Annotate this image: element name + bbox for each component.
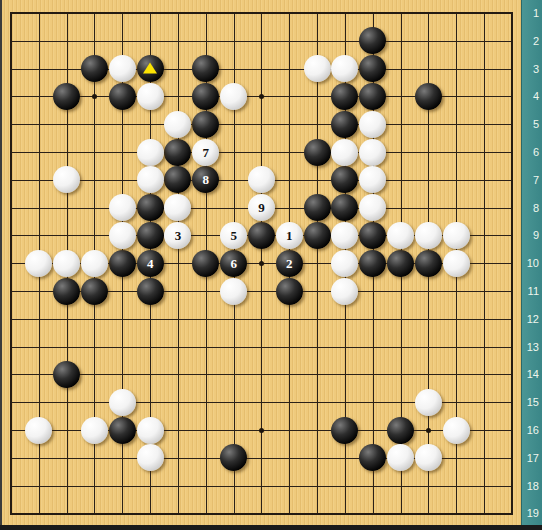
row-coordinate-label: 18 [523,479,539,493]
black-stone [192,83,219,110]
white-stone [81,250,108,277]
move-number-label: 2 [276,250,303,277]
black-stone [53,83,80,110]
black-stone [304,139,331,166]
black-stone [53,361,80,388]
white-stone [304,55,331,82]
black-stone [359,250,386,277]
move-number-label: 8 [192,166,219,193]
window-left-edge [0,0,2,530]
row-coordinate-label: 10 [523,256,539,270]
black-stone [192,250,219,277]
black-stone [192,111,219,138]
go-board[interactable]: 846279351 [0,0,522,530]
row-coordinate-label: 12 [523,312,539,326]
row-coordinate-label: 15 [523,395,539,409]
black-stone [137,222,164,249]
black-stone [359,222,386,249]
white-stone [443,250,470,277]
star-point [92,94,97,99]
row-coordinate-label: 19 [523,506,539,520]
white-stone [164,111,191,138]
black-stone [415,250,442,277]
black-stone [387,250,414,277]
white-stone [443,417,470,444]
white-stone [443,222,470,249]
move-number-label: 7 [192,139,219,166]
white-stone: 1 [276,222,303,249]
white-stone [331,278,358,305]
row-coordinate-label: 13 [523,340,539,354]
black-stone [137,194,164,221]
black-stone [387,417,414,444]
triangle-marker [143,62,157,73]
white-stone [109,55,136,82]
move-number-label: 6 [220,250,247,277]
white-stone [415,389,442,416]
black-stone [331,111,358,138]
row-coordinate-label: 3 [523,62,539,76]
black-stone [331,417,358,444]
row-coordinate-strip: 12345678910111213141516171819 [521,0,542,530]
row-coordinate-label: 4 [523,89,539,103]
black-stone [304,194,331,221]
white-stone: 3 [164,222,191,249]
white-stone: 9 [248,194,275,221]
white-stone [137,417,164,444]
black-stone [359,83,386,110]
white-stone [109,194,136,221]
black-stone [109,250,136,277]
white-stone [25,417,52,444]
move-number-label: 5 [220,222,247,249]
move-number-label: 3 [164,222,191,249]
white-stone: 7 [192,139,219,166]
white-stone [331,250,358,277]
black-stone [109,417,136,444]
move-number-label: 1 [276,222,303,249]
row-coordinate-label: 14 [523,367,539,381]
move-number-label: 4 [137,250,164,277]
white-stone [137,83,164,110]
window-bottom-edge [0,525,542,530]
star-point [259,261,264,266]
row-coordinate-label: 2 [523,34,539,48]
black-stone [53,278,80,305]
move-number-label: 9 [248,194,275,221]
star-point [259,94,264,99]
white-stone [359,139,386,166]
star-point [259,428,264,433]
white-stone [25,250,52,277]
row-coordinate-label: 6 [523,145,539,159]
white-stone: 5 [220,222,247,249]
black-stone: 2 [276,250,303,277]
black-stone [137,278,164,305]
star-point [426,428,431,433]
white-stone [331,139,358,166]
white-stone [109,222,136,249]
black-stone: 6 [220,250,247,277]
row-coordinate-label: 8 [523,201,539,215]
row-coordinate-label: 7 [523,173,539,187]
row-coordinate-label: 5 [523,117,539,131]
white-stone [53,250,80,277]
black-stone: 8 [192,166,219,193]
black-stone [109,83,136,110]
row-coordinate-label: 9 [523,228,539,242]
black-stone [415,83,442,110]
black-stone [276,278,303,305]
row-coordinate-label: 11 [523,284,539,298]
row-coordinate-label: 1 [523,6,539,20]
white-stone [137,444,164,471]
white-stone [359,111,386,138]
black-stone [164,139,191,166]
black-stone [248,222,275,249]
row-coordinate-label: 16 [523,423,539,437]
black-stone: 4 [137,250,164,277]
white-stone [387,222,414,249]
white-stone [137,166,164,193]
black-stone [81,278,108,305]
white-stone [109,389,136,416]
row-coordinate-label: 17 [523,451,539,465]
black-stone [304,222,331,249]
white-stone [220,83,247,110]
white-stone [81,417,108,444]
black-stone [81,55,108,82]
white-stone [137,139,164,166]
white-stone [415,222,442,249]
white-stone [220,278,247,305]
black-stone [137,55,164,82]
go-app-screenshot: 846279351 12345678910111213141516171819 [0,0,542,530]
